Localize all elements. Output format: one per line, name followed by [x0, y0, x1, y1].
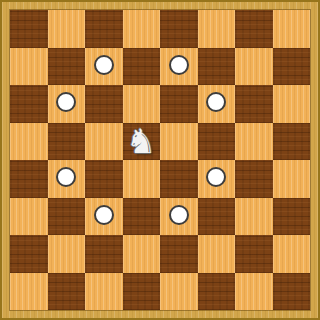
square-h8[interactable] [273, 10, 311, 48]
square-e8[interactable] [160, 10, 198, 48]
square-g6[interactable] [235, 85, 273, 123]
square-b6[interactable] [48, 85, 86, 123]
square-a5[interactable] [10, 123, 48, 161]
square-f6[interactable] [198, 85, 236, 123]
square-a3[interactable] [10, 198, 48, 236]
square-c7[interactable] [85, 48, 123, 86]
square-h2[interactable] [273, 235, 311, 273]
square-d3[interactable] [123, 198, 161, 236]
square-e7[interactable] [160, 48, 198, 86]
square-e5[interactable] [160, 123, 198, 161]
square-b7[interactable] [48, 48, 86, 86]
square-b1[interactable] [48, 273, 86, 311]
square-a8[interactable] [10, 10, 48, 48]
move-hint-c3[interactable] [94, 205, 114, 225]
square-d2[interactable] [123, 235, 161, 273]
square-h3[interactable] [273, 198, 311, 236]
white-knight[interactable]: ♞ [126, 124, 156, 158]
square-a2[interactable] [10, 235, 48, 273]
square-c4[interactable] [85, 160, 123, 198]
square-g3[interactable] [235, 198, 273, 236]
move-hint-f4[interactable] [206, 167, 226, 187]
square-f5[interactable] [198, 123, 236, 161]
square-c6[interactable] [85, 85, 123, 123]
square-g5[interactable] [235, 123, 273, 161]
move-hint-e3[interactable] [169, 205, 189, 225]
square-c3[interactable] [85, 198, 123, 236]
square-f7[interactable] [198, 48, 236, 86]
square-a4[interactable] [10, 160, 48, 198]
square-f3[interactable] [198, 198, 236, 236]
move-hint-f6[interactable] [206, 92, 226, 112]
square-f4[interactable] [198, 160, 236, 198]
move-hint-b6[interactable] [56, 92, 76, 112]
square-a1[interactable] [10, 273, 48, 311]
square-c1[interactable] [85, 273, 123, 311]
move-hint-c7[interactable] [94, 55, 114, 75]
square-f1[interactable] [198, 273, 236, 311]
square-g7[interactable] [235, 48, 273, 86]
square-a7[interactable] [10, 48, 48, 86]
square-d8[interactable] [123, 10, 161, 48]
square-h1[interactable] [273, 273, 311, 311]
move-hint-e7[interactable] [169, 55, 189, 75]
square-e3[interactable] [160, 198, 198, 236]
square-c2[interactable] [85, 235, 123, 273]
square-f8[interactable] [198, 10, 236, 48]
square-b2[interactable] [48, 235, 86, 273]
square-f2[interactable] [198, 235, 236, 273]
move-hint-b4[interactable] [56, 167, 76, 187]
square-e1[interactable] [160, 273, 198, 311]
square-d4[interactable] [123, 160, 161, 198]
square-e4[interactable] [160, 160, 198, 198]
square-e2[interactable] [160, 235, 198, 273]
square-c5[interactable] [85, 123, 123, 161]
square-g1[interactable] [235, 273, 273, 311]
square-g8[interactable] [235, 10, 273, 48]
square-d5[interactable]: ♞ [123, 123, 161, 161]
square-d1[interactable] [123, 273, 161, 311]
square-a6[interactable] [10, 85, 48, 123]
square-b3[interactable] [48, 198, 86, 236]
square-g4[interactable] [235, 160, 273, 198]
square-d6[interactable] [123, 85, 161, 123]
square-b4[interactable] [48, 160, 86, 198]
square-b8[interactable] [48, 10, 86, 48]
square-g2[interactable] [235, 235, 273, 273]
square-h6[interactable] [273, 85, 311, 123]
square-h4[interactable] [273, 160, 311, 198]
square-e6[interactable] [160, 85, 198, 123]
square-h5[interactable] [273, 123, 311, 161]
square-c8[interactable] [85, 10, 123, 48]
square-d7[interactable] [123, 48, 161, 86]
board-frame: ♞ [0, 0, 320, 320]
square-b5[interactable] [48, 123, 86, 161]
chess-board: ♞ [10, 10, 310, 310]
square-h7[interactable] [273, 48, 311, 86]
